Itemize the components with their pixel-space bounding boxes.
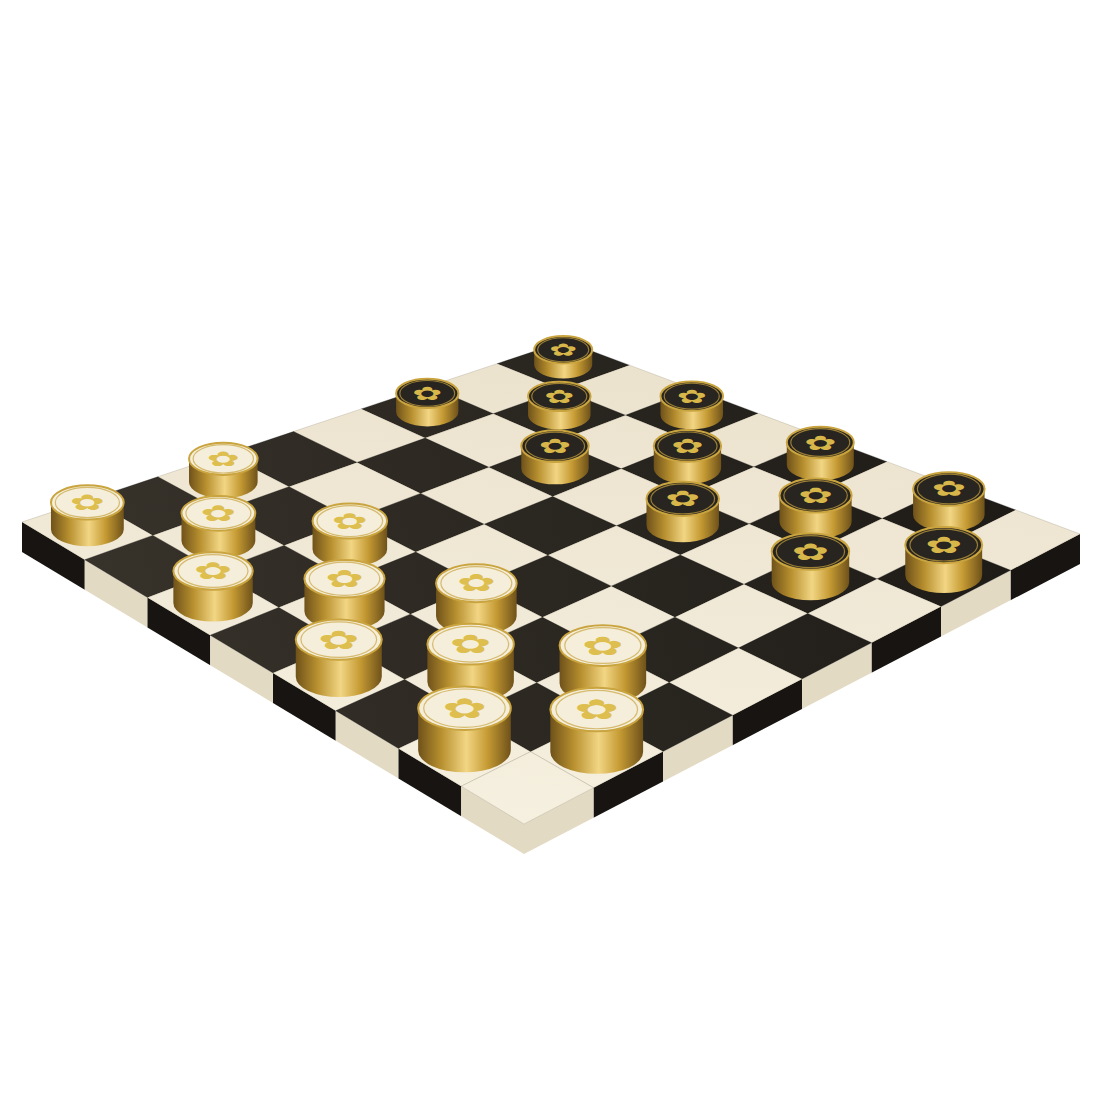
- black-checker-2-2[interactable]: ✿: [521, 430, 588, 484]
- lotus-inlay-icon: ✿: [544, 385, 574, 407]
- checkers-board: ✿✿✿✿✿✿✿✿✿✿✿✿✿✿✿✿✿✿✿✿✿✿✿✿: [0, 0, 1100, 1100]
- lotus-inlay-icon: ✿: [194, 557, 232, 585]
- black-checker-1-1[interactable]: ✿: [528, 382, 591, 430]
- lotus-inlay-icon: ✿: [574, 694, 619, 726]
- lotus-inlay-icon: ✿: [665, 486, 700, 511]
- black-checker-2-0[interactable]: ✿: [660, 381, 723, 429]
- lotus-inlay-icon: ✿: [412, 383, 442, 405]
- white-checker-7-6[interactable]: ✿: [550, 688, 643, 774]
- white-checker-1-6[interactable]: ✿: [181, 496, 255, 558]
- white-checker-4-7[interactable]: ✿: [296, 619, 382, 697]
- lotus-inlay-icon: ✿: [792, 538, 829, 565]
- black-checker-6-2[interactable]: ✿: [772, 533, 850, 600]
- lotus-inlay-icon: ✿: [70, 490, 105, 515]
- lotus-inlay-icon: ✿: [442, 692, 487, 724]
- white-checker-2-5[interactable]: ✿: [313, 504, 388, 567]
- lotus-inlay-icon: ✿: [325, 565, 364, 593]
- black-checker-6-0[interactable]: ✿: [913, 472, 985, 531]
- black-checker-4-0[interactable]: ✿: [787, 427, 854, 481]
- white-checker-0-5[interactable]: ✿: [189, 443, 258, 499]
- lotus-inlay-icon: ✿: [677, 385, 707, 407]
- white-checker-6-7[interactable]: ✿: [418, 686, 511, 772]
- white-checker-2-7[interactable]: ✿: [173, 552, 252, 621]
- lotus-inlay-icon: ✿: [671, 434, 703, 457]
- black-checker-0-2[interactable]: ✿: [396, 379, 458, 427]
- lotus-inlay-icon: ✿: [539, 434, 571, 457]
- black-checker-7-1[interactable]: ✿: [905, 527, 982, 593]
- lotus-inlay-icon: ✿: [549, 340, 577, 360]
- white-checker-0-7[interactable]: ✿: [51, 485, 124, 546]
- lotus-inlay-icon: ✿: [932, 477, 966, 502]
- black-checker-4-2[interactable]: ✿: [646, 482, 718, 542]
- black-checker-5-1[interactable]: ✿: [780, 479, 852, 539]
- lotus-inlay-icon: ✿: [798, 483, 833, 508]
- lotus-inlay-icon: ✿: [318, 625, 359, 655]
- black-checker-0-0[interactable]: ✿: [534, 336, 592, 378]
- lotus-inlay-icon: ✿: [457, 569, 496, 597]
- lotus-inlay-icon: ✿: [332, 508, 368, 534]
- product-photo-stage: ✿✿✿✿✿✿✿✿✿✿✿✿✿✿✿✿✿✿✿✿✿✿✿✿: [0, 0, 1100, 1100]
- lotus-inlay-icon: ✿: [925, 532, 962, 559]
- lotus-inlay-icon: ✿: [582, 631, 624, 661]
- lotus-inlay-icon: ✿: [804, 431, 836, 454]
- lotus-inlay-icon: ✿: [201, 501, 237, 526]
- black-checker-3-1[interactable]: ✿: [654, 430, 721, 484]
- lotus-inlay-icon: ✿: [207, 447, 240, 470]
- lotus-inlay-icon: ✿: [450, 629, 492, 659]
